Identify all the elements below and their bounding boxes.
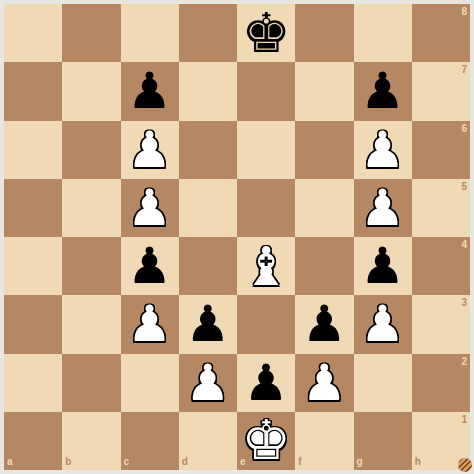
file-label-b: b xyxy=(65,457,71,467)
square-h7[interactable]: 7 xyxy=(412,62,470,120)
square-a8[interactable] xyxy=(4,4,62,62)
square-b7[interactable] xyxy=(62,62,120,120)
black-pawn[interactable]: ♟ xyxy=(360,66,405,116)
file-label-a: a xyxy=(7,457,13,467)
file-label-e: e xyxy=(240,457,246,467)
square-c5[interactable]: ♟ xyxy=(121,179,179,237)
file-label-c: c xyxy=(124,457,130,467)
square-b5[interactable] xyxy=(62,179,120,237)
square-a2[interactable] xyxy=(4,354,62,412)
white-king[interactable]: ♚ xyxy=(241,413,290,468)
rank-label-1: 1 xyxy=(461,415,467,425)
square-g8[interactable] xyxy=(354,4,412,62)
white-pawn[interactable]: ♟ xyxy=(127,125,172,175)
square-h4[interactable]: 4 xyxy=(412,237,470,295)
rank-label-5: 5 xyxy=(461,182,467,192)
square-f2[interactable]: ♟ xyxy=(295,354,353,412)
square-e4[interactable]: ♝ xyxy=(237,237,295,295)
white-pawn[interactable]: ♟ xyxy=(127,183,172,233)
square-a5[interactable] xyxy=(4,179,62,237)
rank-label-2: 2 xyxy=(461,357,467,367)
square-h3[interactable]: 3 xyxy=(412,295,470,353)
rank-label-3: 3 xyxy=(461,298,467,308)
black-pawn[interactable]: ♟ xyxy=(244,358,289,408)
square-d3[interactable]: ♟ xyxy=(179,295,237,353)
square-g2[interactable] xyxy=(354,354,412,412)
square-h6[interactable]: 6 xyxy=(412,121,470,179)
square-d6[interactable] xyxy=(179,121,237,179)
chess-board: ♚8♟♟7♟♟6♟♟5♟♝♟4♟♟♟♟3♟♟♟2abcde♚fgh1 xyxy=(4,4,470,470)
square-f1[interactable]: f xyxy=(295,412,353,470)
file-label-d: d xyxy=(182,457,188,467)
square-d4[interactable] xyxy=(179,237,237,295)
square-a3[interactable] xyxy=(4,295,62,353)
square-a4[interactable] xyxy=(4,237,62,295)
square-c6[interactable]: ♟ xyxy=(121,121,179,179)
square-c4[interactable]: ♟ xyxy=(121,237,179,295)
square-a1[interactable]: a xyxy=(4,412,62,470)
file-label-f: f xyxy=(298,457,301,467)
rank-label-8: 8 xyxy=(461,7,467,17)
black-king[interactable]: ♚ xyxy=(241,6,290,61)
square-e2[interactable]: ♟ xyxy=(237,354,295,412)
square-c1[interactable]: c xyxy=(121,412,179,470)
white-pawn[interactable]: ♟ xyxy=(185,358,230,408)
square-h8[interactable]: 8 xyxy=(412,4,470,62)
square-g7[interactable]: ♟ xyxy=(354,62,412,120)
square-a7[interactable] xyxy=(4,62,62,120)
square-g3[interactable]: ♟ xyxy=(354,295,412,353)
square-f4[interactable] xyxy=(295,237,353,295)
file-label-g: g xyxy=(357,457,363,467)
black-pawn[interactable]: ♟ xyxy=(302,299,347,349)
rank-label-6: 6 xyxy=(461,124,467,134)
square-d8[interactable] xyxy=(179,4,237,62)
square-e3[interactable] xyxy=(237,295,295,353)
square-e6[interactable] xyxy=(237,121,295,179)
square-b4[interactable] xyxy=(62,237,120,295)
white-pawn[interactable]: ♟ xyxy=(360,125,405,175)
file-label-h: h xyxy=(415,457,421,467)
square-c2[interactable] xyxy=(121,354,179,412)
square-g1[interactable]: g xyxy=(354,412,412,470)
board-resize-handle-icon[interactable] xyxy=(458,458,472,472)
square-e1[interactable]: e♚ xyxy=(237,412,295,470)
black-pawn[interactable]: ♟ xyxy=(127,66,172,116)
square-f6[interactable] xyxy=(295,121,353,179)
square-d5[interactable] xyxy=(179,179,237,237)
square-b6[interactable] xyxy=(62,121,120,179)
white-pawn[interactable]: ♟ xyxy=(360,183,405,233)
square-f7[interactable] xyxy=(295,62,353,120)
square-e8[interactable]: ♚ xyxy=(237,4,295,62)
square-d7[interactable] xyxy=(179,62,237,120)
square-g5[interactable]: ♟ xyxy=(354,179,412,237)
rank-label-4: 4 xyxy=(461,240,467,250)
square-e5[interactable] xyxy=(237,179,295,237)
black-pawn[interactable]: ♟ xyxy=(127,241,172,291)
black-pawn[interactable]: ♟ xyxy=(360,241,405,291)
white-bishop[interactable]: ♝ xyxy=(242,240,290,293)
square-d1[interactable]: d xyxy=(179,412,237,470)
square-b1[interactable]: b xyxy=(62,412,120,470)
square-c3[interactable]: ♟ xyxy=(121,295,179,353)
square-f8[interactable] xyxy=(295,4,353,62)
square-b8[interactable] xyxy=(62,4,120,62)
square-f5[interactable] xyxy=(295,179,353,237)
black-pawn[interactable]: ♟ xyxy=(185,299,230,349)
square-e7[interactable] xyxy=(237,62,295,120)
square-b2[interactable] xyxy=(62,354,120,412)
square-f3[interactable]: ♟ xyxy=(295,295,353,353)
square-h5[interactable]: 5 xyxy=(412,179,470,237)
square-g6[interactable]: ♟ xyxy=(354,121,412,179)
rank-label-7: 7 xyxy=(461,65,467,75)
square-c8[interactable] xyxy=(121,4,179,62)
square-a6[interactable] xyxy=(4,121,62,179)
square-h2[interactable]: 2 xyxy=(412,354,470,412)
square-d2[interactable]: ♟ xyxy=(179,354,237,412)
white-pawn[interactable]: ♟ xyxy=(127,299,172,349)
board-frame: ♚8♟♟7♟♟6♟♟5♟♝♟4♟♟♟♟3♟♟♟2abcde♚fgh1 xyxy=(0,0,474,474)
white-pawn[interactable]: ♟ xyxy=(360,299,405,349)
white-pawn[interactable]: ♟ xyxy=(302,358,347,408)
square-g4[interactable]: ♟ xyxy=(354,237,412,295)
square-c7[interactable]: ♟ xyxy=(121,62,179,120)
square-b3[interactable] xyxy=(62,295,120,353)
